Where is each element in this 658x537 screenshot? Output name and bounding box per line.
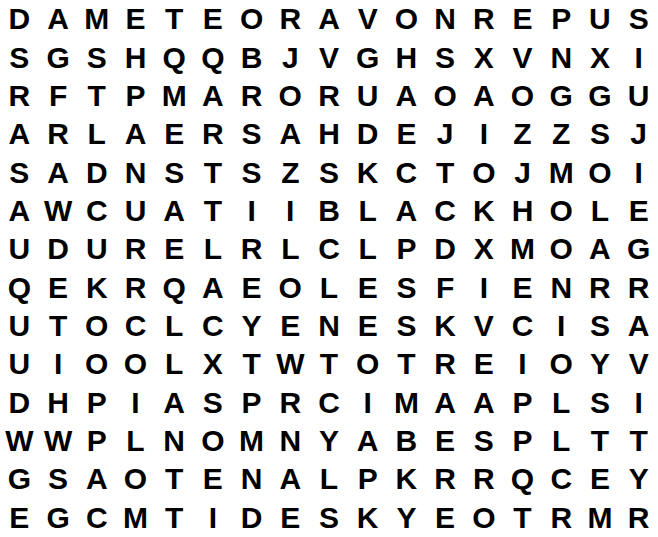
- cell-r4c14[interactable]: Z: [503, 115, 542, 153]
- cell-r6c17[interactable]: E: [619, 192, 658, 230]
- cell-r5c13[interactable]: O: [464, 153, 503, 191]
- cell-r2c8[interactable]: J: [271, 38, 310, 76]
- cell-r2c10[interactable]: G: [348, 38, 387, 76]
- cell-r5c6[interactable]: T: [194, 153, 233, 191]
- cell-r8c12[interactable]: F: [426, 269, 465, 307]
- cell-r1c12[interactable]: N: [426, 0, 465, 38]
- cell-r7c12[interactable]: D: [426, 230, 465, 268]
- cell-r3c3[interactable]: T: [77, 77, 116, 115]
- cell-r2c11[interactable]: H: [387, 38, 426, 76]
- cell-r11c12[interactable]: A: [426, 384, 465, 422]
- cell-r8c14[interactable]: E: [503, 269, 542, 307]
- cell-r5c9[interactable]: S: [310, 153, 349, 191]
- cell-r5c1[interactable]: S: [0, 153, 39, 191]
- cell-r9c4[interactable]: C: [116, 307, 155, 345]
- cell-r12c13[interactable]: S: [464, 422, 503, 460]
- cell-r14c17[interactable]: R: [619, 499, 658, 537]
- cell-r10c3[interactable]: O: [77, 345, 116, 383]
- cell-r3c2[interactable]: F: [39, 77, 78, 115]
- cell-r11c11[interactable]: M: [387, 384, 426, 422]
- cell-r11c15[interactable]: L: [542, 384, 581, 422]
- cell-r10c2[interactable]: I: [39, 345, 78, 383]
- cell-r10c7[interactable]: T: [232, 345, 271, 383]
- cell-r1c2[interactable]: A: [39, 0, 78, 38]
- cell-r2c2[interactable]: G: [39, 38, 78, 76]
- cell-r1c1[interactable]: D: [0, 0, 39, 38]
- cell-r2c16[interactable]: X: [581, 38, 620, 76]
- cell-r2c7[interactable]: B: [232, 38, 271, 76]
- cell-r9c5[interactable]: L: [155, 307, 194, 345]
- cell-r11c2[interactable]: H: [39, 384, 78, 422]
- cell-r13c11[interactable]: K: [387, 460, 426, 498]
- cell-r8c11[interactable]: S: [387, 269, 426, 307]
- cell-r14c8[interactable]: E: [271, 499, 310, 537]
- cell-r7c4[interactable]: R: [116, 230, 155, 268]
- cell-r11c14[interactable]: P: [503, 384, 542, 422]
- cell-r2c5[interactable]: Q: [155, 38, 194, 76]
- cell-r10c5[interactable]: L: [155, 345, 194, 383]
- cell-r7c5[interactable]: E: [155, 230, 194, 268]
- cell-r5c8[interactable]: Z: [271, 153, 310, 191]
- cell-r4c2[interactable]: R: [39, 115, 78, 153]
- cell-r13c14[interactable]: Q: [503, 460, 542, 498]
- cell-r3c7[interactable]: R: [232, 77, 271, 115]
- cell-r2c14[interactable]: V: [503, 38, 542, 76]
- cell-r13c5[interactable]: T: [155, 460, 194, 498]
- cell-r12c6[interactable]: O: [194, 422, 233, 460]
- cell-r3c5[interactable]: M: [155, 77, 194, 115]
- cell-r4c12[interactable]: J: [426, 115, 465, 153]
- cell-r2c6[interactable]: Q: [194, 38, 233, 76]
- cell-r1c14[interactable]: E: [503, 0, 542, 38]
- cell-r10c6[interactable]: X: [194, 345, 233, 383]
- cell-r12c14[interactable]: P: [503, 422, 542, 460]
- cell-r11c17[interactable]: I: [619, 384, 658, 422]
- cell-r8c15[interactable]: N: [542, 269, 581, 307]
- cell-r7c15[interactable]: O: [542, 230, 581, 268]
- cell-r10c14[interactable]: I: [503, 345, 542, 383]
- cell-r5c17[interactable]: I: [619, 153, 658, 191]
- cell-r9c15[interactable]: I: [542, 307, 581, 345]
- cell-r11c6[interactable]: S: [194, 384, 233, 422]
- cell-r7c10[interactable]: L: [348, 230, 387, 268]
- cell-r2c13[interactable]: X: [464, 38, 503, 76]
- cell-r5c5[interactable]: S: [155, 153, 194, 191]
- cell-r11c3[interactable]: P: [77, 384, 116, 422]
- cell-r8c1[interactable]: Q: [0, 269, 39, 307]
- cell-r1c9[interactable]: A: [310, 0, 349, 38]
- cell-r1c5[interactable]: T: [155, 0, 194, 38]
- cell-r10c8[interactable]: W: [271, 345, 310, 383]
- cell-r13c15[interactable]: C: [542, 460, 581, 498]
- cell-r6c14[interactable]: H: [503, 192, 542, 230]
- cell-r8c17[interactable]: R: [619, 269, 658, 307]
- cell-r7c6[interactable]: L: [194, 230, 233, 268]
- cell-r12c12[interactable]: E: [426, 422, 465, 460]
- cell-r5c2[interactable]: A: [39, 153, 78, 191]
- cell-r14c12[interactable]: E: [426, 499, 465, 537]
- cell-r14c16[interactable]: M: [581, 499, 620, 537]
- cell-r13c10[interactable]: P: [348, 460, 387, 498]
- cell-r8c9[interactable]: L: [310, 269, 349, 307]
- cell-r3c11[interactable]: A: [387, 77, 426, 115]
- cell-r9c11[interactable]: S: [387, 307, 426, 345]
- cell-r13c1[interactable]: G: [0, 460, 39, 498]
- cell-r12c15[interactable]: L: [542, 422, 581, 460]
- cell-r12c2[interactable]: W: [39, 422, 78, 460]
- cell-r9c1[interactable]: U: [0, 307, 39, 345]
- cell-r7c1[interactable]: U: [0, 230, 39, 268]
- cell-r7c16[interactable]: A: [581, 230, 620, 268]
- cell-r3c17[interactable]: U: [619, 77, 658, 115]
- cell-r4c16[interactable]: S: [581, 115, 620, 153]
- cell-r6c3[interactable]: C: [77, 192, 116, 230]
- cell-r13c6[interactable]: E: [194, 460, 233, 498]
- cell-r9c9[interactable]: N: [310, 307, 349, 345]
- cell-r5c14[interactable]: J: [503, 153, 542, 191]
- cell-r2c15[interactable]: N: [542, 38, 581, 76]
- cell-r7c8[interactable]: L: [271, 230, 310, 268]
- cell-r14c5[interactable]: T: [155, 499, 194, 537]
- cell-r10c15[interactable]: O: [542, 345, 581, 383]
- cell-r11c13[interactable]: A: [464, 384, 503, 422]
- cell-r9c3[interactable]: O: [77, 307, 116, 345]
- cell-r13c12[interactable]: R: [426, 460, 465, 498]
- cell-r8c10[interactable]: E: [348, 269, 387, 307]
- cell-r4c15[interactable]: Z: [542, 115, 581, 153]
- cell-r14c14[interactable]: T: [503, 499, 542, 537]
- cell-r14c15[interactable]: R: [542, 499, 581, 537]
- cell-r4c11[interactable]: E: [387, 115, 426, 153]
- cell-r12c1[interactable]: W: [0, 422, 39, 460]
- cell-r13c2[interactable]: S: [39, 460, 78, 498]
- cell-r11c8[interactable]: R: [271, 384, 310, 422]
- cell-r6c8[interactable]: I: [271, 192, 310, 230]
- cell-r11c10[interactable]: I: [348, 384, 387, 422]
- cell-r14c4[interactable]: M: [116, 499, 155, 537]
- cell-r9c12[interactable]: K: [426, 307, 465, 345]
- cell-r3c6[interactable]: A: [194, 77, 233, 115]
- cell-r5c15[interactable]: M: [542, 153, 581, 191]
- cell-r10c10[interactable]: O: [348, 345, 387, 383]
- cell-r14c10[interactable]: K: [348, 499, 387, 537]
- cell-r13c17[interactable]: Y: [619, 460, 658, 498]
- cell-r1c6[interactable]: E: [194, 0, 233, 38]
- cell-r13c8[interactable]: A: [271, 460, 310, 498]
- cell-r4c4[interactable]: A: [116, 115, 155, 153]
- cell-r4c13[interactable]: I: [464, 115, 503, 153]
- cell-r9c16[interactable]: S: [581, 307, 620, 345]
- cell-r7c17[interactable]: G: [619, 230, 658, 268]
- cell-r10c1[interactable]: U: [0, 345, 39, 383]
- cell-r6c16[interactable]: L: [581, 192, 620, 230]
- cell-r3c16[interactable]: G: [581, 77, 620, 115]
- cell-r3c1[interactable]: R: [0, 77, 39, 115]
- cell-r6c12[interactable]: C: [426, 192, 465, 230]
- cell-r6c6[interactable]: T: [194, 192, 233, 230]
- cell-r10c9[interactable]: T: [310, 345, 349, 383]
- cell-r7c3[interactable]: U: [77, 230, 116, 268]
- cell-r13c13[interactable]: R: [464, 460, 503, 498]
- cell-r6c2[interactable]: W: [39, 192, 78, 230]
- cell-r12c11[interactable]: B: [387, 422, 426, 460]
- cell-r9c13[interactable]: V: [464, 307, 503, 345]
- cell-r11c9[interactable]: C: [310, 384, 349, 422]
- cell-r12c5[interactable]: N: [155, 422, 194, 460]
- cell-r8c5[interactable]: Q: [155, 269, 194, 307]
- cell-r8c2[interactable]: E: [39, 269, 78, 307]
- cell-r14c13[interactable]: O: [464, 499, 503, 537]
- cell-r6c5[interactable]: A: [155, 192, 194, 230]
- cell-r4c7[interactable]: S: [232, 115, 271, 153]
- cell-r8c16[interactable]: R: [581, 269, 620, 307]
- cell-r9c7[interactable]: Y: [232, 307, 271, 345]
- cell-r3c8[interactable]: O: [271, 77, 310, 115]
- cell-r2c1[interactable]: S: [0, 38, 39, 76]
- cell-r1c3[interactable]: M: [77, 0, 116, 38]
- cell-r14c11[interactable]: Y: [387, 499, 426, 537]
- cell-r4c9[interactable]: H: [310, 115, 349, 153]
- cell-r8c4[interactable]: R: [116, 269, 155, 307]
- cell-r5c11[interactable]: C: [387, 153, 426, 191]
- cell-r3c9[interactable]: R: [310, 77, 349, 115]
- cell-r7c14[interactable]: M: [503, 230, 542, 268]
- cell-r10c11[interactable]: T: [387, 345, 426, 383]
- cell-r6c11[interactable]: A: [387, 192, 426, 230]
- cell-r11c7[interactable]: P: [232, 384, 271, 422]
- cell-r11c4[interactable]: I: [116, 384, 155, 422]
- cell-r12c7[interactable]: M: [232, 422, 271, 460]
- cell-r12c4[interactable]: L: [116, 422, 155, 460]
- cell-r13c4[interactable]: O: [116, 460, 155, 498]
- cell-r7c2[interactable]: D: [39, 230, 78, 268]
- cell-r1c4[interactable]: E: [116, 0, 155, 38]
- word-search-grid: DAMETEORAVONREPUSSGSHQQBJVGHSXVNXIRFTPMA…: [0, 0, 658, 537]
- cell-r6c15[interactable]: O: [542, 192, 581, 230]
- cell-r12c9[interactable]: Y: [310, 422, 349, 460]
- cell-r3c15[interactable]: G: [542, 77, 581, 115]
- cell-r10c4[interactable]: O: [116, 345, 155, 383]
- cell-r4c8[interactable]: A: [271, 115, 310, 153]
- cell-r7c7[interactable]: R: [232, 230, 271, 268]
- cell-r10c13[interactable]: E: [464, 345, 503, 383]
- cell-r4c6[interactable]: R: [194, 115, 233, 153]
- cell-r13c7[interactable]: N: [232, 460, 271, 498]
- cell-r2c4[interactable]: H: [116, 38, 155, 76]
- cell-r14c6[interactable]: I: [194, 499, 233, 537]
- cell-r11c5[interactable]: A: [155, 384, 194, 422]
- cell-r14c3[interactable]: C: [77, 499, 116, 537]
- cell-r3c10[interactable]: U: [348, 77, 387, 115]
- cell-r6c4[interactable]: U: [116, 192, 155, 230]
- cell-r12c16[interactable]: T: [581, 422, 620, 460]
- cell-r9c10[interactable]: E: [348, 307, 387, 345]
- cell-r1c10[interactable]: V: [348, 0, 387, 38]
- cell-r5c16[interactable]: O: [581, 153, 620, 191]
- cell-r14c7[interactable]: D: [232, 499, 271, 537]
- cell-r1c7[interactable]: O: [232, 0, 271, 38]
- cell-r9c8[interactable]: E: [271, 307, 310, 345]
- cell-r8c8[interactable]: O: [271, 269, 310, 307]
- cell-r6c9[interactable]: B: [310, 192, 349, 230]
- cell-r13c16[interactable]: E: [581, 460, 620, 498]
- cell-r8c7[interactable]: E: [232, 269, 271, 307]
- cell-r4c5[interactable]: E: [155, 115, 194, 153]
- cell-r5c12[interactable]: T: [426, 153, 465, 191]
- cell-r5c10[interactable]: K: [348, 153, 387, 191]
- cell-r3c4[interactable]: P: [116, 77, 155, 115]
- cell-r6c1[interactable]: A: [0, 192, 39, 230]
- cell-r4c10[interactable]: D: [348, 115, 387, 153]
- cell-r7c11[interactable]: P: [387, 230, 426, 268]
- cell-r9c14[interactable]: C: [503, 307, 542, 345]
- cell-r11c16[interactable]: S: [581, 384, 620, 422]
- cell-r3c14[interactable]: O: [503, 77, 542, 115]
- cell-r8c6[interactable]: A: [194, 269, 233, 307]
- cell-r6c10[interactable]: L: [348, 192, 387, 230]
- cell-r2c9[interactable]: V: [310, 38, 349, 76]
- cell-r14c2[interactable]: G: [39, 499, 78, 537]
- cell-r12c17[interactable]: T: [619, 422, 658, 460]
- cell-r14c1[interactable]: E: [0, 499, 39, 537]
- cell-r9c17[interactable]: A: [619, 307, 658, 345]
- cell-r13c3[interactable]: A: [77, 460, 116, 498]
- cell-r7c13[interactable]: X: [464, 230, 503, 268]
- cell-r12c8[interactable]: N: [271, 422, 310, 460]
- cell-r12c3[interactable]: P: [77, 422, 116, 460]
- cell-r2c12[interactable]: S: [426, 38, 465, 76]
- cell-r6c13[interactable]: K: [464, 192, 503, 230]
- cell-r13c9[interactable]: L: [310, 460, 349, 498]
- cell-r7c9[interactable]: C: [310, 230, 349, 268]
- cell-r12c10[interactable]: A: [348, 422, 387, 460]
- cell-r1c17[interactable]: S: [619, 0, 658, 38]
- cell-r1c16[interactable]: U: [581, 0, 620, 38]
- cell-r5c4[interactable]: N: [116, 153, 155, 191]
- cell-r10c17[interactable]: V: [619, 345, 658, 383]
- cell-r9c2[interactable]: T: [39, 307, 78, 345]
- cell-r1c8[interactable]: R: [271, 0, 310, 38]
- cell-r4c17[interactable]: J: [619, 115, 658, 153]
- cell-r4c1[interactable]: A: [0, 115, 39, 153]
- cell-r2c3[interactable]: S: [77, 38, 116, 76]
- cell-r8c3[interactable]: K: [77, 269, 116, 307]
- cell-r2c17[interactable]: I: [619, 38, 658, 76]
- cell-r4c3[interactable]: L: [77, 115, 116, 153]
- cell-r3c13[interactable]: A: [464, 77, 503, 115]
- cell-r6c7[interactable]: I: [232, 192, 271, 230]
- cell-r5c3[interactable]: D: [77, 153, 116, 191]
- cell-r5c7[interactable]: S: [232, 153, 271, 191]
- cell-r10c12[interactable]: R: [426, 345, 465, 383]
- cell-r8c13[interactable]: I: [464, 269, 503, 307]
- cell-r1c13[interactable]: R: [464, 0, 503, 38]
- cell-r11c1[interactable]: D: [0, 384, 39, 422]
- cell-r1c11[interactable]: O: [387, 0, 426, 38]
- cell-r9c6[interactable]: C: [194, 307, 233, 345]
- cell-r14c9[interactable]: S: [310, 499, 349, 537]
- cell-r3c12[interactable]: O: [426, 77, 465, 115]
- cell-r1c15[interactable]: P: [542, 0, 581, 38]
- cell-r10c16[interactable]: Y: [581, 345, 620, 383]
